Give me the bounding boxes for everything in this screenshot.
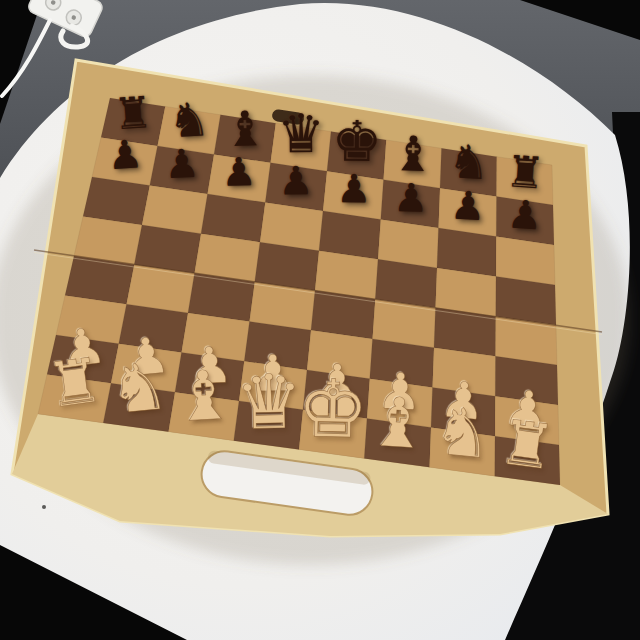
piece-white-knight-b1[interactable]: ♞ (107, 353, 172, 424)
piece-white-bishop-c1[interactable]: ♝ (172, 361, 237, 433)
piece-black-pawn-a7[interactable]: ♟ (106, 135, 144, 176)
pieces-layer: ♜♞♝♛♚♝♞♜♟♟♟♟♟♟♟♟♟♟♟♟♟♟♟♟♜♞♝♛♚♝♞♜ (0, 0, 640, 640)
piece-black-pawn-f7[interactable]: ♟ (393, 178, 429, 218)
piece-black-pawn-g7[interactable]: ♟ (449, 186, 486, 227)
piece-black-knight-g8[interactable]: ♞ (447, 139, 491, 188)
piece-black-queen-d8[interactable]: ♛ (277, 108, 325, 162)
piece-black-bishop-c8[interactable]: ♝ (223, 104, 268, 153)
piece-white-queen-d1[interactable]: ♛ (234, 364, 303, 440)
piece-black-bishop-f8[interactable]: ♝ (391, 129, 436, 178)
piece-black-knight-b8[interactable]: ♞ (167, 96, 211, 145)
piece-white-bishop-f1[interactable]: ♝ (365, 388, 430, 460)
piece-black-pawn-b7[interactable]: ♟ (164, 143, 201, 184)
piece-white-rook-a1[interactable]: ♜ (43, 348, 106, 416)
piece-black-pawn-d7[interactable]: ♟ (279, 161, 314, 200)
piece-white-king-e1[interactable]: ♚ (297, 369, 370, 450)
piece-black-pawn-c7[interactable]: ♟ (221, 152, 257, 192)
piece-black-pawn-e7[interactable]: ♟ (336, 170, 371, 209)
piece-white-knight-g1[interactable]: ♞ (430, 398, 495, 469)
photo-chess-scene: ♜♞♝♛♚♝♞♜♟♟♟♟♟♟♟♟♟♟♟♟♟♟♟♟♜♞♝♛♚♝♞♜ (0, 0, 640, 640)
piece-black-rook-h8[interactable]: ♜ (504, 150, 546, 196)
piece-black-pawn-h7[interactable]: ♟ (506, 194, 544, 235)
piece-black-rook-a8[interactable]: ♜ (113, 91, 155, 137)
piece-white-rook-h1[interactable]: ♜ (496, 410, 559, 478)
piece-black-king-e8[interactable]: ♚ (331, 113, 382, 170)
